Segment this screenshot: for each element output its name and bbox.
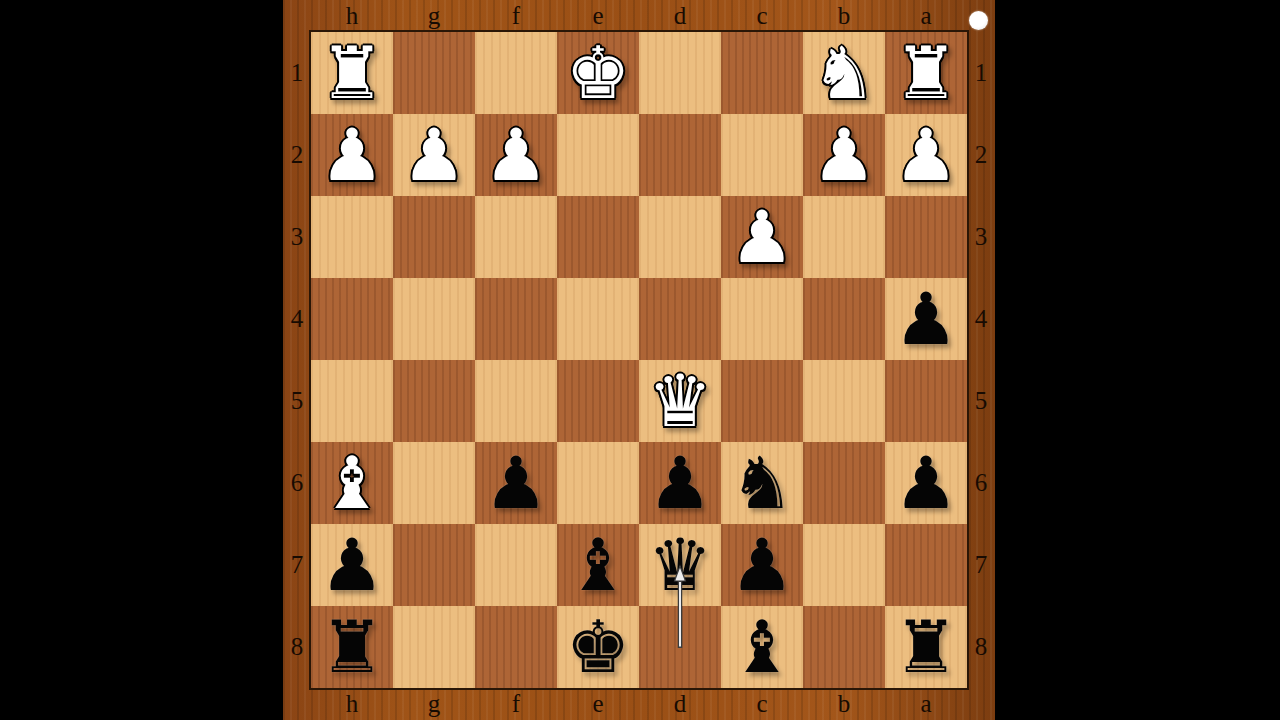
- rank-label-4: 4: [967, 278, 995, 360]
- square-e2[interactable]: [557, 114, 639, 196]
- square-f4[interactable]: [475, 278, 557, 360]
- piece-white-pawn[interactable]: ♟: [484, 114, 549, 196]
- rank-label-7: 7: [967, 524, 995, 606]
- file-labels-top: hgfedcba: [311, 0, 967, 32]
- rank-label-3: 3: [283, 196, 311, 278]
- square-h6[interactable]: ♝: [311, 442, 393, 524]
- piece-white-pawn[interactable]: ♟: [894, 114, 959, 196]
- piece-white-rook[interactable]: ♜: [894, 32, 959, 114]
- square-b5[interactable]: [803, 360, 885, 442]
- square-d3[interactable]: [639, 196, 721, 278]
- square-d8[interactable]: [639, 606, 721, 688]
- square-f6[interactable]: ♟: [475, 442, 557, 524]
- piece-white-queen[interactable]: ♛: [648, 360, 713, 442]
- rank-labels-left: 12345678: [283, 32, 311, 688]
- square-f1[interactable]: [475, 32, 557, 114]
- square-g5[interactable]: [393, 360, 475, 442]
- file-label-f: f: [475, 0, 557, 32]
- square-d4[interactable]: [639, 278, 721, 360]
- piece-white-king[interactable]: ♚: [566, 32, 631, 114]
- chess-board[interactable]: ♜♚♞♜♟♟♟♟♟♟♟♛♝♟♟♞♟♟♝♛♟♜♚♝♜: [309, 30, 969, 690]
- square-g8[interactable]: [393, 606, 475, 688]
- square-b7[interactable]: [803, 524, 885, 606]
- piece-black-pawn[interactable]: ♟: [320, 524, 385, 606]
- square-b1[interactable]: ♞: [803, 32, 885, 114]
- file-label-f: f: [475, 688, 557, 720]
- square-g2[interactable]: ♟: [393, 114, 475, 196]
- square-c4[interactable]: [721, 278, 803, 360]
- square-a3[interactable]: [885, 196, 967, 278]
- square-c8[interactable]: ♝: [721, 606, 803, 688]
- piece-black-pawn[interactable]: ♟: [894, 442, 959, 524]
- piece-white-knight[interactable]: ♞: [812, 32, 877, 114]
- piece-black-queen[interactable]: ♛: [648, 524, 713, 606]
- square-b4[interactable]: [803, 278, 885, 360]
- square-f2[interactable]: ♟: [475, 114, 557, 196]
- piece-black-king[interactable]: ♚: [566, 606, 631, 688]
- square-a5[interactable]: [885, 360, 967, 442]
- rank-label-7: 7: [283, 524, 311, 606]
- rank-label-1: 1: [967, 32, 995, 114]
- piece-white-pawn[interactable]: ♟: [812, 114, 877, 196]
- square-g4[interactable]: [393, 278, 475, 360]
- rank-label-4: 4: [283, 278, 311, 360]
- rank-label-6: 6: [283, 442, 311, 524]
- piece-black-pawn[interactable]: ♟: [648, 442, 713, 524]
- square-b6[interactable]: [803, 442, 885, 524]
- file-label-b: b: [803, 688, 885, 720]
- file-label-e: e: [557, 688, 639, 720]
- file-label-g: g: [393, 688, 475, 720]
- square-d7[interactable]: ♛: [639, 524, 721, 606]
- piece-white-bishop[interactable]: ♝: [320, 442, 385, 524]
- file-label-b: b: [803, 0, 885, 32]
- rank-label-5: 5: [283, 360, 311, 442]
- square-d5[interactable]: ♛: [639, 360, 721, 442]
- piece-black-knight[interactable]: ♞: [730, 442, 795, 524]
- square-d2[interactable]: [639, 114, 721, 196]
- square-b3[interactable]: [803, 196, 885, 278]
- square-e8[interactable]: ♚: [557, 606, 639, 688]
- square-e1[interactable]: ♚: [557, 32, 639, 114]
- file-label-h: h: [311, 688, 393, 720]
- square-g3[interactable]: [393, 196, 475, 278]
- rank-label-8: 8: [283, 606, 311, 688]
- square-b8[interactable]: [803, 606, 885, 688]
- rank-label-6: 6: [967, 442, 995, 524]
- square-h4[interactable]: [311, 278, 393, 360]
- square-g1[interactable]: [393, 32, 475, 114]
- square-h1[interactable]: ♜: [311, 32, 393, 114]
- square-f5[interactable]: [475, 360, 557, 442]
- file-label-d: d: [639, 688, 721, 720]
- rank-label-2: 2: [283, 114, 311, 196]
- square-c7[interactable]: ♟: [721, 524, 803, 606]
- piece-black-bishop[interactable]: ♝: [566, 524, 631, 606]
- white-to-move-indicator: [969, 11, 988, 30]
- square-h2[interactable]: ♟: [311, 114, 393, 196]
- piece-white-pawn[interactable]: ♟: [730, 196, 795, 278]
- square-c1[interactable]: [721, 32, 803, 114]
- square-c3[interactable]: ♟: [721, 196, 803, 278]
- file-label-a: a: [885, 0, 967, 32]
- piece-white-pawn[interactable]: ♟: [320, 114, 385, 196]
- square-f8[interactable]: [475, 606, 557, 688]
- square-h5[interactable]: [311, 360, 393, 442]
- square-a2[interactable]: ♟: [885, 114, 967, 196]
- square-e5[interactable]: [557, 360, 639, 442]
- square-b2[interactable]: ♟: [803, 114, 885, 196]
- file-label-h: h: [311, 0, 393, 32]
- square-c5[interactable]: [721, 360, 803, 442]
- square-a7[interactable]: [885, 524, 967, 606]
- rank-label-2: 2: [967, 114, 995, 196]
- square-c2[interactable]: [721, 114, 803, 196]
- square-e6[interactable]: [557, 442, 639, 524]
- file-label-g: g: [393, 0, 475, 32]
- file-label-d: d: [639, 0, 721, 32]
- square-a8[interactable]: ♜: [885, 606, 967, 688]
- square-f7[interactable]: [475, 524, 557, 606]
- square-a4[interactable]: ♟: [885, 278, 967, 360]
- square-c6[interactable]: ♞: [721, 442, 803, 524]
- piece-white-rook[interactable]: ♜: [320, 32, 385, 114]
- piece-black-pawn[interactable]: ♟: [894, 278, 959, 360]
- square-d6[interactable]: ♟: [639, 442, 721, 524]
- square-e4[interactable]: [557, 278, 639, 360]
- rank-labels-right: 12345678: [967, 32, 995, 688]
- square-a1[interactable]: ♜: [885, 32, 967, 114]
- video-frame: hgfedcba hgfedcba 12345678 12345678 ♜♚♞♜…: [0, 0, 1280, 720]
- piece-white-pawn[interactable]: ♟: [402, 114, 467, 196]
- rank-label-3: 3: [967, 196, 995, 278]
- chess-board-frame: hgfedcba hgfedcba 12345678 12345678 ♜♚♞♜…: [283, 0, 995, 720]
- file-labels-bottom: hgfedcba: [311, 688, 967, 720]
- file-label-a: a: [885, 688, 967, 720]
- rank-label-1: 1: [283, 32, 311, 114]
- square-h7[interactable]: ♟: [311, 524, 393, 606]
- square-f3[interactable]: [475, 196, 557, 278]
- piece-black-rook[interactable]: ♜: [894, 606, 959, 688]
- file-label-c: c: [721, 0, 803, 32]
- rank-label-5: 5: [967, 360, 995, 442]
- square-g6[interactable]: [393, 442, 475, 524]
- rank-label-8: 8: [967, 606, 995, 688]
- square-h8[interactable]: ♜: [311, 606, 393, 688]
- file-label-c: c: [721, 688, 803, 720]
- file-label-e: e: [557, 0, 639, 32]
- square-e3[interactable]: [557, 196, 639, 278]
- piece-black-pawn[interactable]: ♟: [484, 442, 549, 524]
- piece-black-pawn[interactable]: ♟: [730, 524, 795, 606]
- square-e7[interactable]: ♝: [557, 524, 639, 606]
- square-h3[interactable]: [311, 196, 393, 278]
- piece-black-bishop[interactable]: ♝: [730, 606, 795, 688]
- square-d1[interactable]: [639, 32, 721, 114]
- square-a6[interactable]: ♟: [885, 442, 967, 524]
- piece-black-rook[interactable]: ♜: [320, 606, 385, 688]
- square-g7[interactable]: [393, 524, 475, 606]
